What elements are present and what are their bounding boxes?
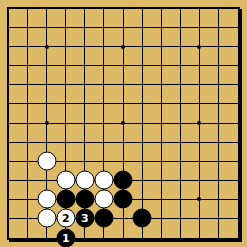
board-cell [104, 85, 123, 104]
board-cell [66, 9, 85, 28]
board-cell [9, 104, 28, 123]
board-cell [143, 143, 162, 162]
white-stone: 2 [56, 209, 75, 228]
board-cell [143, 66, 162, 85]
board-cell [162, 85, 181, 104]
board-cell [143, 47, 162, 66]
white-stone [56, 171, 75, 190]
black-stone [133, 209, 152, 228]
board-cell [28, 47, 47, 66]
board-cell [9, 181, 28, 200]
board-cell [47, 66, 66, 85]
board-cell [66, 104, 85, 123]
go-diagram: 231 [0, 0, 247, 247]
white-stone [94, 190, 113, 209]
board-cell [66, 85, 85, 104]
white-stone [37, 209, 56, 228]
board-cell [85, 124, 104, 143]
board-cell [219, 66, 238, 85]
board-cell [200, 162, 219, 181]
move-number-label: 1 [62, 232, 70, 243]
board-cell [162, 143, 181, 162]
board-cell [143, 181, 162, 200]
board-cell [143, 124, 162, 143]
board-cell [85, 143, 104, 162]
board-cell [66, 47, 85, 66]
star-point [197, 45, 201, 49]
board-cell [124, 28, 143, 47]
board-cell [200, 66, 219, 85]
board-cell [219, 104, 238, 123]
board-cell [85, 9, 104, 28]
board-cell [143, 85, 162, 104]
board-cell [200, 124, 219, 143]
move-number-label: 3 [81, 213, 89, 224]
board-cell [143, 28, 162, 47]
black-stone: 3 [75, 209, 94, 228]
board-cell [200, 200, 219, 219]
board-cell [66, 124, 85, 143]
board-cell [162, 200, 181, 219]
board-cell [47, 47, 66, 66]
board-cell [181, 85, 200, 104]
board-cell [162, 28, 181, 47]
white-stone [37, 190, 56, 209]
board-cell [181, 9, 200, 28]
black-stone [114, 190, 133, 209]
board-cell [200, 143, 219, 162]
white-stone [37, 152, 56, 171]
board-cell [200, 85, 219, 104]
board-cell [66, 66, 85, 85]
black-stone [94, 209, 113, 228]
board-cell [219, 143, 238, 162]
board-cell [124, 143, 143, 162]
board-cell [85, 47, 104, 66]
board-cell [104, 124, 123, 143]
move-number-label: 2 [62, 213, 70, 224]
board-cell [219, 47, 238, 66]
board-cell [181, 162, 200, 181]
board-cell [124, 47, 143, 66]
board-cell [200, 47, 219, 66]
board-cell [47, 124, 66, 143]
board-cell [162, 9, 181, 28]
board-cell [9, 66, 28, 85]
board-cell [9, 9, 28, 28]
board-cell [104, 47, 123, 66]
board-cell [200, 28, 219, 47]
go-board[interactable]: 231 [7, 7, 240, 240]
board-cell [162, 47, 181, 66]
board-cell [47, 28, 66, 47]
board-cell [181, 200, 200, 219]
star-point [197, 121, 201, 125]
board-cell [219, 162, 238, 181]
board-cell [200, 219, 219, 238]
board-cell [85, 66, 104, 85]
board-cell [162, 181, 181, 200]
board-cell [162, 162, 181, 181]
board-cell [219, 9, 238, 28]
board-cell [9, 85, 28, 104]
board-cell [200, 104, 219, 123]
board-cell [124, 9, 143, 28]
board-cell [162, 219, 181, 238]
board-cell [28, 85, 47, 104]
board-cell [28, 9, 47, 28]
board-cell [9, 162, 28, 181]
black-stone [114, 171, 133, 190]
board-cell [181, 143, 200, 162]
board-cell [9, 143, 28, 162]
board-cell [66, 28, 85, 47]
board-cell [66, 143, 85, 162]
board-cell [85, 104, 104, 123]
board-cell [219, 200, 238, 219]
star-point [45, 121, 49, 125]
white-stone [75, 171, 94, 190]
star-point [121, 121, 125, 125]
board-cell [85, 28, 104, 47]
board-cell [162, 104, 181, 123]
board-cell [124, 66, 143, 85]
board-cell [85, 85, 104, 104]
board-cell [9, 124, 28, 143]
star-point [197, 197, 201, 201]
board-cell [124, 104, 143, 123]
board-cell [104, 9, 123, 28]
board-cell [219, 181, 238, 200]
black-stone [56, 190, 75, 209]
board-cell [200, 9, 219, 28]
board-cell [219, 85, 238, 104]
board-cell [143, 162, 162, 181]
board-cell [181, 47, 200, 66]
board-cell [181, 219, 200, 238]
board-cell [162, 124, 181, 143]
board-cell [162, 66, 181, 85]
star-point [45, 45, 49, 49]
star-point [121, 45, 125, 49]
board-cell [219, 124, 238, 143]
board-cell [9, 28, 28, 47]
board-cell [143, 9, 162, 28]
board-cell [47, 104, 66, 123]
black-stone: 1 [56, 228, 75, 247]
board-cell [104, 66, 123, 85]
board-cell [47, 9, 66, 28]
board-cell [9, 219, 28, 238]
board-cell [124, 85, 143, 104]
board-cell [124, 124, 143, 143]
board-cell [219, 219, 238, 238]
board-cell [219, 28, 238, 47]
board-cell [9, 47, 28, 66]
board-cell [181, 124, 200, 143]
board-cell [28, 124, 47, 143]
white-stone [94, 171, 113, 190]
board-cell [9, 200, 28, 219]
board-cell [104, 143, 123, 162]
board-cell [200, 181, 219, 200]
board-cell [28, 66, 47, 85]
board-cell [47, 85, 66, 104]
board-cell [143, 104, 162, 123]
black-stone [75, 190, 94, 209]
board-cell [181, 66, 200, 85]
